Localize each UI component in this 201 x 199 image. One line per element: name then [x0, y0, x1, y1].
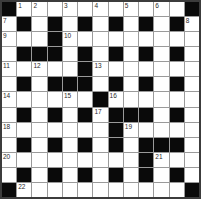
cell-r0-c2[interactable]: 2 [32, 2, 46, 16]
cell-r3-c0[interactable] [2, 47, 16, 61]
cell-r4-c1[interactable] [17, 62, 31, 76]
cell-r8-c8[interactable]: 19 [124, 123, 138, 137]
clue-number-4: 4 [94, 2, 98, 10]
cell-r7-c2[interactable] [32, 108, 46, 122]
cell-r4-c0[interactable]: 11 [2, 62, 16, 76]
cell-r10-c7[interactable] [109, 153, 123, 167]
cell-r8-c11[interactable] [170, 123, 184, 137]
cell-r6-c8[interactable] [124, 92, 138, 106]
cell-r8-c2[interactable] [32, 123, 46, 137]
black-cell-r5-c11 [170, 77, 184, 91]
cell-r6-c7[interactable]: 16 [109, 92, 123, 106]
black-cell-r7-c8 [124, 108, 138, 122]
cell-r2-c2[interactable] [32, 32, 46, 46]
black-cell-r11-c11 [170, 168, 184, 182]
black-cell-r0-c12 [185, 2, 199, 16]
cell-r2-c8[interactable] [124, 32, 138, 46]
cell-r11-c2[interactable] [32, 168, 46, 182]
clue-number-16: 16 [110, 92, 117, 100]
cell-r4-c10[interactable] [154, 62, 168, 76]
cell-r0-c5[interactable] [78, 2, 92, 16]
cell-r8-c12[interactable] [185, 123, 199, 137]
clue-number-18: 18 [3, 123, 10, 131]
cell-r10-c0[interactable]: 20 [2, 153, 16, 167]
cell-r3-c6[interactable] [93, 47, 107, 61]
clue-number-8: 8 [186, 17, 190, 25]
black-cell-r7-c7 [109, 108, 123, 122]
black-cell-r1-c3 [48, 17, 62, 31]
cell-r12-c9[interactable] [139, 183, 153, 197]
black-cell-r7-c9 [139, 108, 153, 122]
black-cell-r11-c1 [17, 168, 31, 182]
black-cell-r3-c3 [48, 47, 62, 61]
black-cell-r10-c9 [139, 153, 153, 167]
cell-r5-c6[interactable] [93, 77, 107, 91]
black-cell-r7-c11 [170, 108, 184, 122]
cell-r1-c0[interactable]: 7 [2, 17, 16, 31]
cell-r4-c12[interactable] [185, 62, 199, 76]
cell-r2-c12[interactable] [185, 32, 199, 46]
black-cell-r9-c3 [48, 138, 62, 152]
black-cell-r5-c9 [139, 77, 153, 91]
clue-number-6: 6 [155, 2, 159, 10]
cell-r11-c8[interactable] [124, 168, 138, 182]
cell-r1-c4[interactable] [63, 17, 77, 31]
cell-r10-c11[interactable] [170, 153, 184, 167]
cell-r6-c3[interactable] [48, 92, 62, 106]
cell-r12-c8[interactable] [124, 183, 138, 197]
cell-r0-c1[interactable]: 1 [17, 2, 31, 16]
cell-r0-c3[interactable] [48, 2, 62, 16]
cell-r8-c10[interactable] [154, 123, 168, 137]
black-cell-r5-c4 [63, 77, 77, 91]
black-cell-r9-c11 [170, 138, 184, 152]
cell-r9-c2[interactable] [32, 138, 46, 152]
clue-number-17: 17 [94, 108, 101, 116]
black-cell-r9-c9 [139, 138, 153, 152]
black-cell-r3-c1 [17, 47, 31, 61]
clue-number-21: 21 [155, 153, 162, 161]
cell-r12-c4[interactable] [63, 183, 77, 197]
cell-r4-c3[interactable] [48, 62, 62, 76]
black-cell-r5-c7 [109, 77, 123, 91]
clue-number-11: 11 [3, 62, 10, 70]
cell-r4-c4[interactable] [63, 62, 77, 76]
cell-r1-c10[interactable] [154, 17, 168, 31]
cell-r8-c1[interactable] [17, 123, 31, 137]
cell-r2-c5[interactable] [78, 32, 92, 46]
cell-r1-c6[interactable] [93, 17, 107, 31]
cell-r4-c6[interactable]: 13 [93, 62, 107, 76]
cell-r3-c10[interactable] [154, 47, 168, 61]
cell-r7-c4[interactable] [63, 108, 77, 122]
black-cell-r3-c9 [139, 47, 153, 61]
black-cell-r9-c1 [17, 138, 31, 152]
cell-r9-c12[interactable] [185, 138, 199, 152]
cell-r10-c4[interactable] [63, 153, 77, 167]
cell-r1-c12[interactable]: 8 [185, 17, 199, 31]
cell-r8-c5[interactable] [78, 123, 92, 137]
cell-r9-c0[interactable] [2, 138, 16, 152]
cell-r8-c9[interactable] [139, 123, 153, 137]
cell-r2-c7[interactable] [109, 32, 123, 46]
cell-r12-c11[interactable] [170, 183, 184, 197]
cell-r0-c4[interactable]: 3 [63, 2, 77, 16]
clue-number-5: 5 [125, 2, 129, 10]
black-cell-r7-c3 [48, 108, 62, 122]
clue-number-3: 3 [64, 2, 68, 10]
cell-r12-c2[interactable] [32, 183, 46, 197]
cell-r8-c0[interactable]: 18 [2, 123, 16, 137]
cell-r6-c11[interactable] [170, 92, 184, 106]
crossword-grid: 12345678910111213141516171819202122 [0, 0, 201, 199]
clue-number-10: 10 [64, 32, 71, 40]
cell-r12-c10[interactable] [154, 183, 168, 197]
cell-r9-c4[interactable] [63, 138, 77, 152]
cell-r2-c10[interactable] [154, 32, 168, 46]
cell-r5-c12[interactable] [185, 77, 199, 91]
black-cell-r1-c1 [17, 17, 31, 31]
cell-r7-c0[interactable] [2, 108, 16, 122]
black-cell-r7-c1 [17, 108, 31, 122]
clue-number-12: 12 [33, 62, 40, 70]
cell-r10-c6[interactable] [93, 153, 107, 167]
black-cell-r0-c0 [2, 2, 16, 16]
black-cell-r5-c3 [48, 77, 62, 91]
black-cell-r2-c3 [48, 32, 62, 46]
cell-r2-c1[interactable] [17, 32, 31, 46]
black-cell-r9-c5 [78, 138, 92, 152]
cell-r9-c8[interactable] [124, 138, 138, 152]
cell-r4-c8[interactable] [124, 62, 138, 76]
cell-r5-c8[interactable] [124, 77, 138, 91]
cell-r7-c12[interactable] [185, 108, 199, 122]
cell-r3-c8[interactable] [124, 47, 138, 61]
black-cell-r12-c0 [2, 183, 16, 197]
cell-r12-c3[interactable] [48, 183, 62, 197]
cell-r0-c6[interactable]: 4 [93, 2, 107, 16]
cell-r10-c3[interactable] [48, 153, 62, 167]
black-cell-r11-c7 [109, 168, 123, 182]
cell-r6-c4[interactable]: 15 [63, 92, 77, 106]
cell-r10-c8[interactable] [124, 153, 138, 167]
cell-r5-c2[interactable] [32, 77, 46, 91]
cell-r5-c10[interactable] [154, 77, 168, 91]
cell-r11-c6[interactable] [93, 168, 107, 182]
cell-r11-c0[interactable] [2, 168, 16, 182]
cell-r0-c7[interactable] [109, 2, 123, 16]
black-cell-r11-c3 [48, 168, 62, 182]
cell-r3-c12[interactable] [185, 47, 199, 61]
cell-r11-c12[interactable] [185, 168, 199, 182]
black-cell-r8-c7 [109, 123, 123, 137]
clue-number-2: 2 [33, 2, 37, 10]
cell-r10-c5[interactable] [78, 153, 92, 167]
cell-r2-c9[interactable] [139, 32, 153, 46]
clue-number-20: 20 [3, 153, 10, 161]
cell-r1-c2[interactable] [32, 17, 46, 31]
cell-r2-c11[interactable] [170, 32, 184, 46]
black-cell-r1-c5 [78, 17, 92, 31]
clue-number-19: 19 [125, 123, 132, 131]
cell-r0-c10[interactable]: 6 [154, 2, 168, 16]
cell-r3-c4[interactable] [63, 47, 77, 61]
cell-r4-c11[interactable] [170, 62, 184, 76]
cell-r10-c2[interactable] [32, 153, 46, 167]
cell-r8-c4[interactable] [63, 123, 77, 137]
crossword-page: 12345678910111213141516171819202122 [0, 0, 201, 199]
cell-r12-c1[interactable]: 22 [17, 183, 31, 197]
cell-r0-c9[interactable] [139, 2, 153, 16]
black-cell-r3-c2 [32, 47, 46, 61]
black-cell-r1-c11 [170, 17, 184, 31]
black-cell-r3-c7 [109, 47, 123, 61]
cell-r8-c3[interactable] [48, 123, 62, 137]
cell-r4-c2[interactable]: 12 [32, 62, 46, 76]
clue-number-22: 22 [18, 183, 25, 191]
cell-r0-c11[interactable] [170, 2, 184, 16]
cell-r10-c10[interactable]: 21 [154, 153, 168, 167]
black-cell-r7-c5 [78, 108, 92, 122]
black-cell-r9-c7 [109, 138, 123, 152]
cell-r4-c7[interactable] [109, 62, 123, 76]
cell-r10-c12[interactable] [185, 153, 199, 167]
cell-r8-c6[interactable] [93, 123, 107, 137]
black-cell-r4-c5 [78, 62, 92, 76]
cell-r5-c0[interactable] [2, 77, 16, 91]
black-cell-r9-c10 [154, 138, 168, 152]
cell-r10-c1[interactable] [17, 153, 31, 167]
black-cell-r1-c9 [139, 17, 153, 31]
cell-r6-c2[interactable] [32, 92, 46, 106]
cell-r12-c5[interactable] [78, 183, 92, 197]
clue-number-9: 9 [3, 32, 7, 40]
cell-r6-c0[interactable]: 14 [2, 92, 16, 106]
cell-r4-c9[interactable] [139, 62, 153, 76]
cell-r11-c4[interactable] [63, 168, 77, 182]
cell-r9-c6[interactable] [93, 138, 107, 152]
cell-r2-c6[interactable] [93, 32, 107, 46]
cell-r1-c8[interactable] [124, 17, 138, 31]
black-cell-r12-c12 [185, 183, 199, 197]
cell-r11-c10[interactable] [154, 168, 168, 182]
cell-r7-c6[interactable]: 17 [93, 108, 107, 122]
cell-r12-c7[interactable] [109, 183, 123, 197]
cell-r7-c10[interactable] [154, 108, 168, 122]
cell-r6-c12[interactable] [185, 92, 199, 106]
black-cell-r11-c5 [78, 168, 92, 182]
black-cell-r3-c11 [170, 47, 184, 61]
clue-number-1: 1 [18, 2, 22, 10]
black-cell-r11-c9 [139, 168, 153, 182]
cell-r6-c9[interactable] [139, 92, 153, 106]
cell-r6-c1[interactable] [17, 92, 31, 106]
black-cell-r6-c6 [93, 92, 107, 106]
clue-number-13: 13 [94, 62, 101, 70]
cell-r12-c6[interactable] [93, 183, 107, 197]
black-cell-r1-c7 [109, 17, 123, 31]
cell-r6-c5[interactable] [78, 92, 92, 106]
cell-r2-c4[interactable]: 10 [63, 32, 77, 46]
cell-r0-c8[interactable]: 5 [124, 2, 138, 16]
black-cell-r5-c5 [78, 77, 92, 91]
black-cell-r5-c1 [17, 77, 31, 91]
clue-number-14: 14 [3, 92, 10, 100]
black-cell-r3-c5 [78, 47, 92, 61]
clue-number-7: 7 [3, 17, 7, 25]
cell-r6-c10[interactable] [154, 92, 168, 106]
cell-r2-c0[interactable]: 9 [2, 32, 16, 46]
clue-number-15: 15 [64, 92, 71, 100]
